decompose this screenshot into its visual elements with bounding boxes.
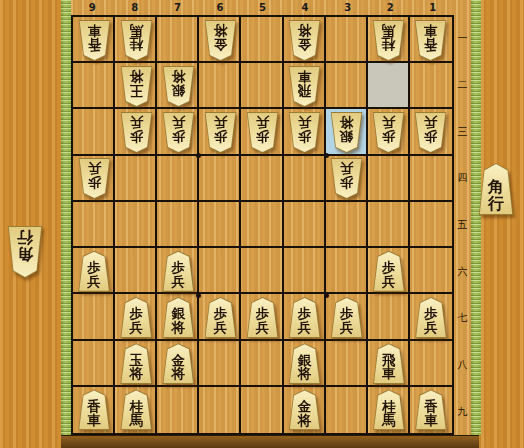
star-point [324, 293, 329, 298]
piece-gote-gold[interactable]: 金将 [203, 20, 238, 61]
rank-label-4: 四 [454, 155, 471, 202]
square-35[interactable] [326, 202, 368, 248]
square-18[interactable] [410, 341, 452, 387]
piece-sente-pawn[interactable]: 歩兵 [413, 297, 448, 338]
file-label-3: 3 [326, 0, 369, 15]
piece-gote-king[interactable]: 王将 [119, 66, 154, 107]
piece-kanji: 歩 [214, 129, 228, 143]
square-93[interactable] [73, 109, 115, 155]
piece-kanji: 兵 [424, 115, 438, 129]
rank-label-9: 九 [454, 388, 471, 435]
piece-sente-silver[interactable]: 銀将 [161, 297, 196, 338]
piece-kanji: 馬 [129, 23, 143, 37]
piece-kanji: 兵 [298, 321, 312, 335]
piece-sente-rook[interactable]: 飛車 [371, 343, 406, 384]
piece-gote-pawn[interactable]: 歩兵 [371, 112, 406, 153]
square-85[interactable] [115, 202, 157, 248]
piece-kanji: 将 [172, 367, 186, 381]
square-39[interactable] [326, 387, 368, 433]
square-36[interactable] [326, 248, 368, 294]
square-51[interactable] [241, 17, 283, 63]
square-14[interactable] [410, 156, 452, 202]
file-label-6: 6 [199, 0, 242, 15]
piece-kanji: 馬 [129, 414, 143, 428]
square-24[interactable] [368, 156, 410, 202]
piece-kanji: 兵 [382, 275, 396, 289]
gote-hand-tray: 角行 [6, 226, 44, 278]
piece-sente-lance[interactable]: 香車 [413, 389, 448, 430]
piece-kanji: 兵 [87, 275, 101, 289]
piece-kanji: 歩 [298, 129, 312, 143]
square-97[interactable] [73, 294, 115, 340]
rank-label-7: 七 [454, 295, 471, 342]
file-label-9: 9 [71, 0, 114, 15]
piece-gote-pawn[interactable]: 歩兵 [161, 112, 196, 153]
piece-gote-lance[interactable]: 香車 [413, 20, 448, 61]
piece-gote-pawn[interactable]: 歩兵 [119, 112, 154, 153]
piece-kanji: 将 [298, 23, 312, 37]
piece-kanji: 兵 [172, 275, 186, 289]
board-bottom-edge [61, 435, 479, 448]
piece-kanji: 兵 [424, 321, 438, 335]
piece-kanji: 兵 [256, 321, 270, 335]
piece-kanji: 歩 [340, 175, 354, 189]
file-label-1: 1 [412, 0, 455, 15]
piece-kanji: 将 [129, 69, 143, 83]
square-59[interactable] [241, 387, 283, 433]
piece-kanji: 兵 [298, 115, 312, 129]
square-71[interactable] [157, 17, 199, 63]
piece-kanji: 銀 [340, 129, 354, 143]
piece-kanji: 兵 [340, 321, 354, 335]
highlight-move-origin [368, 63, 408, 107]
square-31[interactable] [326, 17, 368, 63]
piece-kanji: 車 [424, 23, 438, 37]
piece-sente-pawn[interactable]: 歩兵 [203, 297, 238, 338]
square-56[interactable] [241, 248, 283, 294]
square-65[interactable] [199, 202, 241, 248]
file-label-5: 5 [241, 0, 284, 15]
piece-sente-gold[interactable]: 金将 [287, 389, 322, 430]
piece-sente-pawn[interactable]: 歩兵 [245, 297, 280, 338]
rank-label-2: 二 [454, 62, 471, 109]
square-86[interactable] [115, 248, 157, 294]
rank-label-8: 八 [454, 342, 471, 389]
piece-kanji: 将 [340, 115, 354, 129]
piece-gote-pawn[interactable]: 歩兵 [287, 112, 322, 153]
square-27[interactable] [368, 294, 410, 340]
file-label-7: 7 [156, 0, 199, 15]
piece-kanji: 馬 [382, 23, 396, 37]
square-44[interactable] [284, 156, 326, 202]
piece-kanji: 馬 [382, 414, 396, 428]
piece-kanji: 兵 [214, 321, 228, 335]
shogi-board: 香車桂馬金将金将桂馬香車王将銀将飛車歩兵歩兵歩兵歩兵歩兵銀将歩兵歩兵歩兵歩兵歩兵… [71, 15, 454, 435]
sente-hand-tray: 角行 [477, 163, 515, 215]
piece-gote-silver[interactable]: 銀将 [329, 112, 364, 153]
square-74[interactable] [157, 156, 199, 202]
piece-gote-gold[interactable]: 金将 [287, 20, 322, 61]
piece-kanji: 車 [382, 367, 396, 381]
file-labels: 987654321 [71, 0, 454, 15]
piece-kanji: 歩 [382, 129, 396, 143]
shogi-game-screen: 987654321 一二三四五六七八九 香車桂馬金将金将桂馬香車王将銀将飛車歩兵… [0, 0, 524, 448]
piece-kanji: 車 [87, 23, 101, 37]
square-62[interactable] [199, 63, 241, 109]
piece-kanji: 将 [172, 321, 186, 335]
file-label-4: 4 [284, 0, 327, 15]
square-46[interactable] [284, 248, 326, 294]
star-point [196, 293, 201, 298]
piece-kanji: 車 [424, 414, 438, 428]
square-69[interactable] [199, 387, 241, 433]
square-32[interactable] [326, 63, 368, 109]
square-84[interactable] [115, 156, 157, 202]
square-25[interactable] [368, 202, 410, 248]
piece-sente-lance[interactable]: 香車 [77, 389, 112, 430]
piece-sente-pawn[interactable]: 歩兵 [119, 297, 154, 338]
piece-kanji: 兵 [340, 161, 354, 175]
piece-sente-bishop[interactable]: 角行 [477, 163, 515, 215]
piece-kanji: 歩 [87, 175, 101, 189]
piece-gote-silver[interactable]: 銀将 [161, 66, 196, 107]
square-75[interactable] [157, 202, 199, 248]
piece-sente-pawn[interactable]: 歩兵 [77, 251, 112, 292]
piece-gote-knight[interactable]: 桂馬 [371, 20, 406, 61]
piece-kanji: 歩 [129, 129, 143, 143]
rank-label-6: 六 [454, 248, 471, 295]
square-54[interactable] [241, 156, 283, 202]
piece-sente-pawn[interactable]: 歩兵 [371, 251, 406, 292]
piece-kanji: 将 [214, 23, 228, 37]
square-16[interactable] [410, 248, 452, 294]
star-point [324, 153, 329, 158]
piece-kanji: 歩 [172, 129, 186, 143]
square-38[interactable] [326, 341, 368, 387]
square-58[interactable] [241, 341, 283, 387]
piece-kanji: 車 [87, 414, 101, 428]
piece-gote-pawn[interactable]: 歩兵 [245, 112, 280, 153]
square-98[interactable] [73, 341, 115, 387]
piece-kanji: 将 [298, 367, 312, 381]
piece-gote-bishop[interactable]: 角行 [6, 226, 44, 278]
piece-sente-gold[interactable]: 金将 [161, 343, 196, 384]
piece-gote-pawn[interactable]: 歩兵 [203, 112, 238, 153]
piece-kanji: 歩 [256, 129, 270, 143]
piece-kanji: 行 [17, 229, 33, 245]
piece-sente-knight[interactable]: 桂馬 [371, 389, 406, 430]
square-95[interactable] [73, 202, 115, 248]
piece-gote-pawn[interactable]: 歩兵 [413, 112, 448, 153]
square-52[interactable] [241, 63, 283, 109]
square-55[interactable] [241, 202, 283, 248]
piece-sente-king[interactable]: 玉将 [119, 343, 154, 384]
rank-label-5: 五 [454, 202, 471, 249]
piece-kanji: 歩 [424, 129, 438, 143]
piece-gote-knight[interactable]: 桂馬 [119, 20, 154, 61]
square-66[interactable] [199, 248, 241, 294]
piece-gote-pawn[interactable]: 歩兵 [329, 158, 364, 199]
square-68[interactable] [199, 341, 241, 387]
square-64[interactable] [199, 156, 241, 202]
piece-sente-pawn[interactable]: 歩兵 [161, 251, 196, 292]
piece-kanji: 兵 [382, 115, 396, 129]
piece-kanji: 角 [17, 245, 33, 261]
piece-sente-knight[interactable]: 桂馬 [119, 389, 154, 430]
square-45[interactable] [284, 202, 326, 248]
piece-kanji: 車 [298, 69, 312, 83]
piece-sente-silver[interactable]: 銀将 [287, 343, 322, 384]
square-79[interactable] [157, 387, 199, 433]
piece-kanji: 兵 [214, 115, 228, 129]
file-label-2: 2 [369, 0, 412, 15]
square-12[interactable] [410, 63, 452, 109]
piece-sente-pawn[interactable]: 歩兵 [329, 297, 364, 338]
piece-kanji: 兵 [129, 115, 143, 129]
piece-kanji: 兵 [256, 115, 270, 129]
rank-labels: 一二三四五六七八九 [454, 15, 471, 435]
rank-label-3: 三 [454, 108, 471, 155]
piece-kanji: 将 [298, 414, 312, 428]
piece-kanji: 将 [129, 367, 143, 381]
rank-label-1: 一 [454, 15, 471, 62]
piece-kanji: 兵 [129, 321, 143, 335]
piece-gote-rook[interactable]: 飛車 [287, 66, 322, 107]
tatami-strip-left [61, 0, 71, 435]
piece-gote-pawn[interactable]: 歩兵 [77, 158, 112, 199]
piece-sente-pawn[interactable]: 歩兵 [287, 297, 322, 338]
square-92[interactable] [73, 63, 115, 109]
piece-kanji: 行 [488, 196, 504, 212]
square-15[interactable] [410, 202, 452, 248]
piece-kanji: 将 [172, 69, 186, 83]
piece-kanji: 兵 [87, 161, 101, 175]
piece-kanji: 兵 [172, 115, 186, 129]
tatami-strip-right [471, 0, 481, 435]
piece-gote-lance[interactable]: 香車 [77, 20, 112, 61]
file-label-8: 8 [114, 0, 157, 15]
star-point [196, 153, 201, 158]
